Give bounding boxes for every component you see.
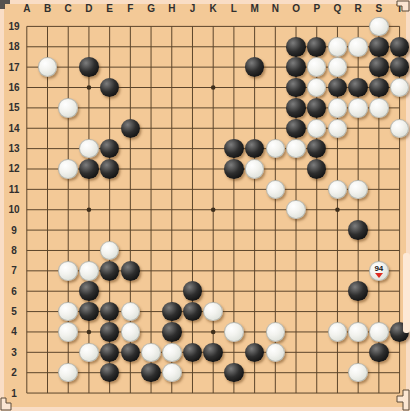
last-move-number: 94: [374, 265, 383, 273]
row-label-19: 19: [4, 21, 24, 32]
row-label-7: 7: [4, 265, 24, 276]
stone-black-P12: [307, 159, 327, 179]
column-label-G: G: [143, 3, 159, 14]
row-label-18: 18: [4, 41, 24, 52]
corner-mark-bottom-right: [390, 385, 410, 411]
row-label-15: 15: [4, 102, 24, 113]
stone-white-D3: [79, 343, 99, 363]
stone-white-Q11: [328, 180, 348, 200]
stone-black-T17: [390, 57, 410, 77]
stone-white-N3: [266, 343, 286, 363]
stone-black-P18: [307, 37, 327, 57]
stone-white-R18: [348, 37, 368, 57]
stone-black-K3: [203, 343, 223, 363]
row-label-6: 6: [4, 286, 24, 297]
stone-white-N4: [266, 322, 286, 342]
stone-white-Q17: [328, 57, 348, 77]
stone-black-D17: [79, 57, 99, 77]
column-label-C: C: [60, 3, 76, 14]
stone-black-R6: [348, 281, 368, 301]
stone-black-D12: [79, 159, 99, 179]
stone-white-H2: [162, 363, 182, 383]
column-label-N: N: [267, 3, 283, 14]
stone-white-T14: [390, 119, 410, 139]
stone-white-S7-last-move: 94: [369, 261, 389, 281]
row-label-3: 3: [4, 347, 24, 358]
stone-black-O17: [286, 57, 306, 77]
stone-black-H4: [162, 322, 182, 342]
stone-black-P15: [307, 98, 327, 118]
stone-white-D13: [79, 139, 99, 159]
row-label-5: 5: [4, 306, 24, 317]
stone-black-E4: [100, 322, 120, 342]
stone-white-L4: [224, 322, 244, 342]
column-label-E: E: [102, 3, 118, 14]
stone-white-C12: [58, 159, 78, 179]
column-label-K: K: [205, 3, 221, 14]
stone-black-O15: [286, 98, 306, 118]
row-label-17: 17: [4, 62, 24, 73]
stone-white-Q15: [328, 98, 348, 118]
stone-white-G3: [141, 343, 161, 363]
stone-white-K5: [203, 302, 223, 322]
go-app-window: ABCDEFGHJKLMNOPQRST191817161514131211109…: [0, 0, 410, 411]
stone-white-O13: [286, 139, 306, 159]
column-label-R: R: [350, 3, 366, 14]
corner-mark-top-left: [0, 0, 16, 16]
column-label-Q: Q: [329, 3, 345, 14]
stone-white-B17: [38, 57, 58, 77]
column-label-F: F: [122, 3, 138, 14]
stone-black-S3: [369, 343, 389, 363]
last-move-marker-icon: [375, 273, 383, 278]
stone-white-T16: [390, 78, 410, 98]
stone-black-E7: [100, 261, 120, 281]
column-label-P: P: [309, 3, 325, 14]
stone-black-L12: [224, 159, 244, 179]
stone-white-Q14: [328, 119, 348, 139]
stone-white-C15: [58, 98, 78, 118]
column-label-M: M: [247, 3, 263, 14]
stone-black-H5: [162, 302, 182, 322]
row-label-8: 8: [4, 245, 24, 256]
stone-white-H3: [162, 343, 182, 363]
column-label-J: J: [184, 3, 200, 14]
stone-white-M12: [245, 159, 265, 179]
row-label-9: 9: [4, 225, 24, 236]
row-label-10: 10: [4, 204, 24, 215]
stone-white-S4: [369, 322, 389, 342]
stone-black-O14: [286, 119, 306, 139]
row-label-16: 16: [4, 82, 24, 93]
column-label-O: O: [288, 3, 304, 14]
stone-white-N11: [266, 180, 286, 200]
column-label-L: L: [226, 3, 242, 14]
stone-black-S18: [369, 37, 389, 57]
scrollbar-thumb[interactable]: [403, 253, 410, 333]
stone-black-J6: [183, 281, 203, 301]
stone-white-C4: [58, 322, 78, 342]
column-label-S: S: [371, 3, 387, 14]
stone-black-F14: [121, 119, 141, 139]
corner-mark-top-right: [392, 0, 410, 18]
column-label-B: B: [40, 3, 56, 14]
stone-black-R16: [348, 78, 368, 98]
stone-black-M17: [245, 57, 265, 77]
stone-white-R15: [348, 98, 368, 118]
row-label-11: 11: [4, 184, 24, 195]
stone-black-O16: [286, 78, 306, 98]
stone-white-C5: [58, 302, 78, 322]
stone-white-R4: [348, 322, 368, 342]
corner-mark-bottom-left: [0, 389, 18, 411]
stone-black-L2: [224, 363, 244, 383]
stone-white-Q18: [328, 37, 348, 57]
row-label-14: 14: [4, 123, 24, 134]
stone-black-T18: [390, 37, 410, 57]
stone-black-D6: [79, 281, 99, 301]
column-label-A: A: [19, 3, 35, 14]
stone-black-L13: [224, 139, 244, 159]
stone-black-D5: [79, 302, 99, 322]
row-label-2: 2: [4, 367, 24, 378]
stone-black-S17: [369, 57, 389, 77]
stone-white-O10: [286, 200, 306, 220]
row-label-12: 12: [4, 163, 24, 174]
column-label-H: H: [164, 3, 180, 14]
stone-black-F3: [121, 343, 141, 363]
stone-white-Q4: [328, 322, 348, 342]
column-label-D: D: [81, 3, 97, 14]
stone-white-R11: [348, 180, 368, 200]
stone-white-S19: [369, 17, 389, 37]
stone-black-J3: [183, 343, 203, 363]
stone-black-S16: [369, 78, 389, 98]
go-board[interactable]: ABCDEFGHJKLMNOPQRST191817161514131211109…: [4, 4, 406, 407]
stone-white-C7: [58, 261, 78, 281]
stone-black-G2: [141, 363, 161, 383]
stone-black-F7: [121, 261, 141, 281]
stone-black-E12: [100, 159, 120, 179]
stone-white-F4: [121, 322, 141, 342]
stone-white-D7: [79, 261, 99, 281]
stone-black-R9: [348, 220, 368, 240]
row-label-13: 13: [4, 143, 24, 154]
stone-white-S15: [369, 98, 389, 118]
row-label-4: 4: [4, 326, 24, 337]
stone-black-O18: [286, 37, 306, 57]
